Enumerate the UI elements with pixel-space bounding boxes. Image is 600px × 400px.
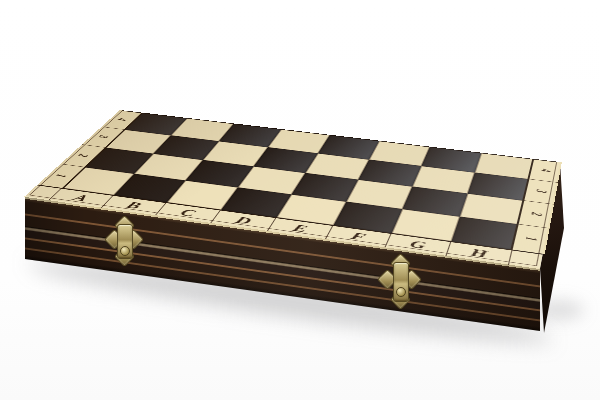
brass-latch-right <box>381 256 418 307</box>
latch-knob <box>396 287 406 297</box>
latch-knob <box>120 246 130 256</box>
brass-latch-left <box>108 218 140 264</box>
product-photo-stage: 4321 4321 ABCDEFGH <box>0 0 600 400</box>
